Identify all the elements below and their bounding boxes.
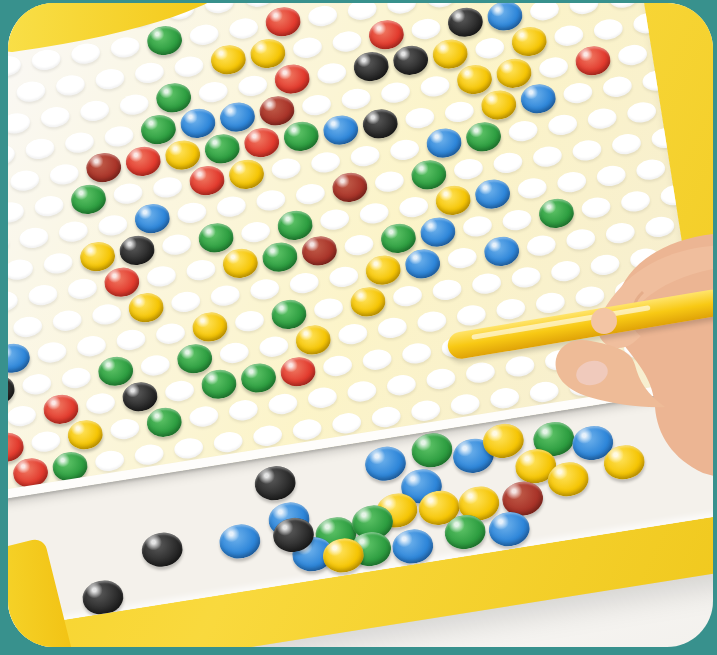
peg-cell <box>318 113 362 148</box>
peg <box>391 284 423 308</box>
peg-cell <box>54 360 98 395</box>
peg-cell <box>403 11 447 46</box>
peg-cell <box>491 56 535 91</box>
chip-blue[interactable] <box>132 202 171 236</box>
peg-cell <box>309 55 353 90</box>
peg <box>388 137 420 161</box>
peg-cell <box>586 12 630 47</box>
chip-green[interactable] <box>281 119 320 153</box>
peg-cell <box>121 144 165 179</box>
peg <box>464 360 496 384</box>
chip-yellow[interactable] <box>163 138 202 172</box>
peg <box>184 258 216 282</box>
peg <box>546 112 578 136</box>
peg-cell <box>503 260 547 295</box>
peg-cell <box>345 285 389 320</box>
peg <box>96 213 128 237</box>
chip-yellow[interactable] <box>248 37 287 71</box>
peg-cell <box>136 112 180 147</box>
chip-dark-red[interactable] <box>84 151 123 185</box>
peg <box>84 391 116 415</box>
chip-dark-red[interactable] <box>330 170 369 204</box>
peg <box>54 73 86 97</box>
peg <box>17 225 49 249</box>
peg <box>172 436 204 460</box>
peg-cell <box>33 99 77 134</box>
peg <box>197 80 229 104</box>
peg-cell <box>212 335 256 370</box>
peg <box>415 309 447 333</box>
chip-blue[interactable] <box>321 113 360 147</box>
peg-cell <box>507 24 551 59</box>
peg <box>57 219 89 243</box>
peg-cell <box>187 310 231 345</box>
peg-cell <box>415 215 459 250</box>
peg <box>188 22 220 46</box>
peg-cell <box>604 126 648 161</box>
chip-blue[interactable] <box>217 521 263 561</box>
chip-blue[interactable] <box>390 526 436 566</box>
peg <box>346 3 378 21</box>
chip-red[interactable] <box>278 355 317 389</box>
peg-cell <box>327 170 371 205</box>
peg <box>650 125 682 149</box>
chip-black[interactable] <box>391 43 430 77</box>
chip-red[interactable] <box>102 265 141 299</box>
peg <box>331 29 363 53</box>
peg <box>112 181 144 205</box>
peg-cell <box>391 189 435 224</box>
peg <box>239 220 271 244</box>
peg <box>327 264 359 288</box>
peg <box>139 353 171 377</box>
peg <box>312 296 344 320</box>
peg <box>8 54 22 78</box>
peg-cell <box>476 88 520 123</box>
peg-cell <box>516 81 560 116</box>
peg <box>133 60 165 84</box>
peg <box>607 3 639 9</box>
peg <box>634 157 666 181</box>
chip-green[interactable] <box>196 221 235 255</box>
peg-cell <box>382 132 426 167</box>
chip-yellow[interactable] <box>454 63 493 97</box>
peg-cell <box>115 233 159 268</box>
peg <box>8 232 10 256</box>
chip-red[interactable] <box>8 430 25 464</box>
peg-cell <box>66 182 110 217</box>
peg-cell <box>245 36 289 71</box>
peg-cell <box>276 354 320 389</box>
peg <box>385 3 417 15</box>
chip-blue[interactable] <box>418 215 457 249</box>
peg-cell <box>400 247 444 282</box>
thumb <box>556 340 665 407</box>
peg-cell <box>370 310 414 345</box>
peg-cell <box>26 188 70 223</box>
chip-yellow[interactable] <box>65 418 104 452</box>
peg <box>20 372 52 396</box>
peg <box>8 257 34 281</box>
peg-cell <box>525 139 569 174</box>
chip-green[interactable] <box>202 132 241 166</box>
peg-cell <box>184 163 228 198</box>
chip-green[interactable] <box>96 354 135 388</box>
peg-cell <box>142 23 186 58</box>
peg-cell <box>57 125 101 160</box>
peg <box>8 289 19 313</box>
peg-cell <box>373 75 417 110</box>
peg <box>69 41 101 65</box>
peg-cell <box>297 234 341 269</box>
peg-cell <box>257 240 301 275</box>
peg <box>385 373 417 397</box>
peg-cell <box>103 29 147 64</box>
peg-cell <box>589 158 633 193</box>
peg <box>169 289 201 313</box>
peg-cell <box>163 284 207 319</box>
chip-green[interactable] <box>154 81 193 115</box>
peg <box>109 35 141 59</box>
peg-cell <box>555 75 599 110</box>
peg <box>345 379 377 403</box>
peg-cell <box>178 252 222 287</box>
chip-green[interactable] <box>464 120 503 154</box>
chip-blue[interactable] <box>403 247 442 281</box>
chip-blue[interactable] <box>363 444 409 484</box>
chip-red[interactable] <box>573 44 612 78</box>
peg <box>248 277 280 301</box>
peg <box>215 194 247 218</box>
peg <box>470 271 502 295</box>
chip-red[interactable] <box>263 5 302 39</box>
peg-cell <box>45 303 89 338</box>
peg <box>595 163 627 187</box>
chip-red[interactable] <box>41 392 80 426</box>
peg-cell <box>312 202 356 237</box>
chip-black[interactable] <box>445 5 484 39</box>
chip-blue[interactable] <box>518 82 557 116</box>
chip-yellow[interactable] <box>479 88 518 122</box>
peg-cell <box>145 170 189 205</box>
peg-cell <box>355 342 399 377</box>
peg <box>601 74 633 98</box>
peg-cell <box>36 246 80 281</box>
peg-cell <box>72 93 116 128</box>
peg <box>561 80 593 104</box>
peg-cell <box>279 119 323 154</box>
chip-black[interactable] <box>117 233 156 267</box>
peg-cell <box>343 138 387 173</box>
chip-dark-red[interactable] <box>257 94 296 128</box>
peg-cell <box>367 164 411 199</box>
chip-green[interactable] <box>138 113 177 147</box>
peg <box>358 201 390 225</box>
peg <box>300 93 332 117</box>
peg-cell <box>485 145 529 180</box>
peg-cell <box>242 272 286 307</box>
peg <box>8 111 31 135</box>
peg <box>227 398 259 422</box>
peg <box>42 251 74 275</box>
peg-cell <box>139 259 183 294</box>
chip-green[interactable] <box>238 361 277 395</box>
peg <box>212 429 244 453</box>
peg-cell <box>385 278 429 313</box>
peg <box>103 124 135 148</box>
peg <box>397 195 429 219</box>
peg-cell <box>130 201 174 236</box>
peg-cell <box>84 297 128 332</box>
peg <box>631 11 663 35</box>
peg-cell <box>285 30 329 65</box>
peg-cell <box>361 253 405 288</box>
peg <box>443 99 475 123</box>
peg-cell <box>458 355 502 390</box>
peg-cell <box>142 405 186 440</box>
chip-green[interactable] <box>68 182 107 216</box>
peg-cell <box>394 336 438 371</box>
peg <box>160 232 192 256</box>
chip-red[interactable] <box>187 164 226 198</box>
peg-cell <box>443 5 487 40</box>
peg <box>501 208 533 232</box>
peg <box>531 144 563 168</box>
photo-card <box>8 3 713 647</box>
peg-cell <box>540 107 584 142</box>
peg <box>419 74 451 98</box>
chip-green[interactable] <box>260 240 299 274</box>
peg-cell <box>221 392 265 427</box>
chip-yellow[interactable] <box>509 25 548 59</box>
peg <box>118 92 150 116</box>
peg <box>145 264 177 288</box>
chip-yellow[interactable] <box>348 285 387 319</box>
peg <box>449 392 481 416</box>
peg-cell <box>166 49 210 84</box>
peg-cell <box>619 94 663 129</box>
chip-yellow[interactable] <box>190 310 229 344</box>
chip-black[interactable] <box>139 530 185 570</box>
peg-cell <box>300 380 344 415</box>
peg <box>187 404 219 428</box>
peg <box>66 276 98 300</box>
chip-yellow[interactable] <box>78 240 117 274</box>
peg-cell <box>215 100 259 135</box>
peg <box>218 340 250 364</box>
peg <box>370 404 402 428</box>
peg <box>452 157 484 181</box>
peg-cell <box>580 101 624 136</box>
chip-yellow[interactable] <box>226 157 265 191</box>
peg-cell <box>282 265 326 300</box>
chip-blue[interactable] <box>482 234 521 268</box>
chip-green[interactable] <box>409 430 455 470</box>
peg <box>294 182 326 206</box>
peg-cell <box>224 157 268 192</box>
peg-cell <box>424 272 468 307</box>
peg-cell <box>157 373 201 408</box>
chip-black[interactable] <box>351 50 390 84</box>
peg-cell <box>29 335 73 370</box>
chip-green[interactable] <box>378 221 417 255</box>
peg <box>400 341 432 365</box>
peg <box>14 79 46 103</box>
peg <box>446 246 478 270</box>
peg-cell <box>364 17 408 52</box>
peg-cell <box>63 417 107 452</box>
peg-cell <box>93 354 137 389</box>
chip-green[interactable] <box>269 297 308 331</box>
peg <box>209 283 241 307</box>
peg <box>410 16 442 40</box>
peg <box>340 86 372 110</box>
chip-blue[interactable] <box>178 106 217 140</box>
peg <box>318 207 350 231</box>
peg <box>51 308 83 332</box>
peg <box>330 411 362 435</box>
peg-cell <box>440 240 484 275</box>
peg <box>257 334 289 358</box>
chip-green[interactable] <box>275 208 314 242</box>
peg-cell <box>431 183 475 218</box>
peg-cell <box>273 208 317 243</box>
peg-cell <box>418 361 462 396</box>
peg <box>30 47 62 71</box>
peg-cell <box>254 93 298 128</box>
peg-cell <box>227 303 271 338</box>
peg-cell <box>339 374 383 409</box>
peg-cell <box>479 234 523 269</box>
peg <box>409 398 441 422</box>
peg <box>63 130 95 154</box>
peg <box>236 73 268 97</box>
peg <box>93 448 125 472</box>
peg <box>379 80 411 104</box>
peg-cell <box>379 367 423 402</box>
peg <box>75 334 107 358</box>
peg <box>24 136 56 160</box>
peg-cell <box>197 367 241 402</box>
peg-cell <box>388 43 432 78</box>
chip-black[interactable] <box>252 463 298 503</box>
peg <box>175 200 207 224</box>
peg-cell <box>625 5 669 40</box>
peg-cell <box>358 106 402 141</box>
chip-yellow[interactable] <box>220 246 259 280</box>
chip-green[interactable] <box>199 367 238 401</box>
chip-blue[interactable] <box>8 341 31 375</box>
chip-blue[interactable] <box>424 126 463 160</box>
peg <box>233 309 265 333</box>
chip-green[interactable] <box>409 158 448 192</box>
peg <box>494 297 526 321</box>
hand-grip <box>543 193 713 493</box>
peg <box>343 233 375 257</box>
chip-yellow[interactable] <box>293 323 332 357</box>
chip-yellow[interactable] <box>126 291 165 325</box>
chip-black[interactable] <box>120 380 159 414</box>
peg <box>431 277 463 301</box>
chip-red[interactable] <box>242 126 281 160</box>
peg <box>78 98 110 122</box>
peg-cell <box>288 176 332 211</box>
peg <box>616 42 648 66</box>
peg-cell <box>96 118 140 153</box>
peg-cell <box>470 177 514 212</box>
peg-cell <box>294 87 338 122</box>
peg-cell <box>60 271 104 306</box>
chip-yellow[interactable] <box>430 37 469 71</box>
peg <box>306 3 338 27</box>
peg-cell <box>464 266 508 301</box>
chip-red[interactable] <box>366 18 405 52</box>
peg-cell <box>209 189 253 224</box>
chip-yellow[interactable] <box>494 56 533 90</box>
peg <box>528 3 560 22</box>
chip-blue[interactable] <box>217 100 256 134</box>
peg-cell <box>412 68 456 103</box>
peg-cell <box>497 349 541 384</box>
peg <box>39 105 71 129</box>
peg-cell <box>81 150 125 185</box>
peg <box>60 365 92 389</box>
chip-red[interactable] <box>123 144 162 178</box>
peg <box>640 68 672 92</box>
chip-black[interactable] <box>360 107 399 141</box>
peg <box>491 150 523 174</box>
peg <box>570 138 602 162</box>
peg-cell <box>218 246 262 281</box>
chip-green[interactable] <box>144 405 183 439</box>
peg <box>8 168 40 192</box>
peg <box>403 106 435 130</box>
peg-cell <box>610 37 654 72</box>
peg-cell <box>643 120 687 155</box>
peg-cell <box>324 24 368 59</box>
peg-cell <box>203 278 247 313</box>
peg-cell <box>181 399 225 434</box>
peg <box>455 303 487 327</box>
peg <box>8 200 25 224</box>
peg-cell <box>333 81 377 116</box>
chip-green[interactable] <box>145 24 184 58</box>
peg-cell <box>127 55 171 90</box>
chip-blue[interactable] <box>473 177 512 211</box>
peg-cell <box>261 4 305 39</box>
chip-red[interactable] <box>272 62 311 96</box>
chip-dark-red[interactable] <box>299 234 338 268</box>
peg-cell <box>78 386 122 421</box>
peg <box>291 417 323 441</box>
chip-yellow[interactable] <box>208 43 247 77</box>
peg <box>242 3 274 8</box>
chip-yellow[interactable] <box>433 183 472 217</box>
chip-black[interactable] <box>80 578 126 618</box>
chip-yellow[interactable] <box>363 253 402 287</box>
peg <box>36 340 68 364</box>
peg <box>154 321 186 345</box>
peg <box>309 150 341 174</box>
peg <box>568 3 600 16</box>
chip-green[interactable] <box>175 342 214 376</box>
peg <box>473 36 505 60</box>
peg <box>503 354 535 378</box>
peg-cell <box>20 277 64 312</box>
peg <box>315 61 347 85</box>
peg <box>336 322 368 346</box>
peg <box>537 55 569 79</box>
